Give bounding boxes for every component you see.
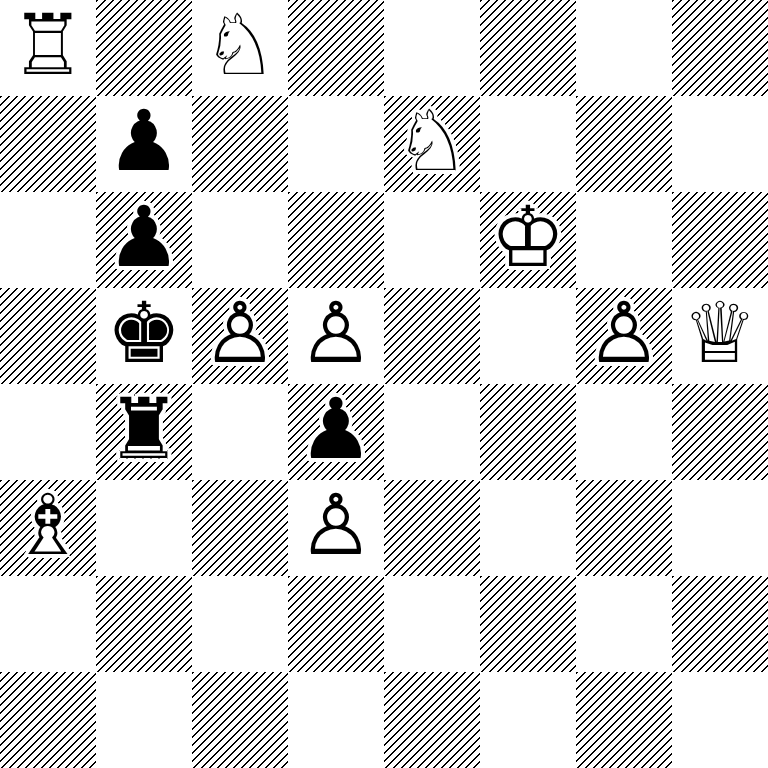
chess-board: ♜♖♞♘♟♟♞♘♟♟♚♔♚♚♟♙♟♙♟♙♛♕♜♜♟♟♝♗♟♙ (0, 0, 768, 768)
square-f1[interactable] (480, 672, 576, 768)
board-wrapper: ♜♖♞♘♟♟♞♘♟♟♚♔♚♚♟♙♟♙♟♙♛♕♜♜♟♟♝♗♟♙ (0, 0, 768, 768)
square-c7[interactable] (192, 96, 288, 192)
square-d2[interactable] (288, 576, 384, 672)
square-d6[interactable] (288, 192, 384, 288)
square-g7[interactable] (576, 96, 672, 192)
piece-black-pawn: ♟♟ (288, 384, 384, 480)
square-e6[interactable] (384, 192, 480, 288)
square-f2[interactable] (480, 576, 576, 672)
square-f8[interactable] (480, 0, 576, 96)
piece-glyph-icon: ♙ (298, 483, 373, 567)
square-e7[interactable]: ♞♘ (384, 96, 480, 192)
piece-white-rook: ♜♖ (0, 0, 96, 96)
piece-glyph-icon: ♔ (490, 195, 565, 279)
piece-white-bishop: ♝♗ (0, 480, 96, 576)
square-g6[interactable] (576, 192, 672, 288)
piece-glyph-icon: ♙ (298, 291, 373, 375)
square-f6[interactable]: ♚♔ (480, 192, 576, 288)
square-d3[interactable]: ♟♙ (288, 480, 384, 576)
square-c3[interactable] (192, 480, 288, 576)
square-a7[interactable] (0, 96, 96, 192)
square-b1[interactable] (96, 672, 192, 768)
square-e8[interactable] (384, 0, 480, 96)
square-d4[interactable]: ♟♟ (288, 384, 384, 480)
square-f3[interactable] (480, 480, 576, 576)
square-h1[interactable] (672, 672, 768, 768)
square-g4[interactable] (576, 384, 672, 480)
piece-glyph-icon: ♜ (106, 387, 181, 471)
piece-white-knight: ♞♘ (192, 0, 288, 96)
square-h6[interactable] (672, 192, 768, 288)
square-d5[interactable]: ♟♙ (288, 288, 384, 384)
square-h4[interactable] (672, 384, 768, 480)
square-e3[interactable] (384, 480, 480, 576)
square-b7[interactable]: ♟♟ (96, 96, 192, 192)
square-a3[interactable]: ♝♗ (0, 480, 96, 576)
piece-glyph-icon: ♟ (106, 99, 181, 183)
square-c6[interactable] (192, 192, 288, 288)
piece-glyph-icon: ♟ (106, 195, 181, 279)
square-g3[interactable] (576, 480, 672, 576)
square-g5[interactable]: ♟♙ (576, 288, 672, 384)
piece-glyph-icon: ♙ (586, 291, 661, 375)
square-b2[interactable] (96, 576, 192, 672)
piece-black-king: ♚♚ (96, 288, 192, 384)
square-f7[interactable] (480, 96, 576, 192)
square-a2[interactable] (0, 576, 96, 672)
piece-glyph-icon: ♘ (202, 3, 277, 87)
piece-glyph-icon: ♕ (682, 291, 757, 375)
piece-glyph-icon: ♟ (298, 387, 373, 471)
square-h3[interactable] (672, 480, 768, 576)
square-a4[interactable] (0, 384, 96, 480)
square-e4[interactable] (384, 384, 480, 480)
square-b6[interactable]: ♟♟ (96, 192, 192, 288)
piece-white-pawn: ♟♙ (192, 288, 288, 384)
square-f4[interactable] (480, 384, 576, 480)
square-a1[interactable] (0, 672, 96, 768)
square-c1[interactable] (192, 672, 288, 768)
piece-glyph-icon: ♗ (10, 483, 85, 567)
square-e2[interactable] (384, 576, 480, 672)
square-f5[interactable] (480, 288, 576, 384)
square-g1[interactable] (576, 672, 672, 768)
square-b3[interactable] (96, 480, 192, 576)
piece-white-queen: ♛♕ (672, 288, 768, 384)
square-b4[interactable]: ♜♜ (96, 384, 192, 480)
square-a8[interactable]: ♜♖ (0, 0, 96, 96)
piece-glyph-icon: ♚ (106, 291, 181, 375)
square-c5[interactable]: ♟♙ (192, 288, 288, 384)
square-e5[interactable] (384, 288, 480, 384)
square-c4[interactable] (192, 384, 288, 480)
piece-black-pawn: ♟♟ (96, 96, 192, 192)
square-h8[interactable] (672, 0, 768, 96)
piece-white-king: ♚♔ (480, 192, 576, 288)
square-h2[interactable] (672, 576, 768, 672)
square-d8[interactable] (288, 0, 384, 96)
square-h5[interactable]: ♛♕ (672, 288, 768, 384)
square-b5[interactable]: ♚♚ (96, 288, 192, 384)
square-c2[interactable] (192, 576, 288, 672)
piece-white-pawn: ♟♙ (576, 288, 672, 384)
square-e1[interactable] (384, 672, 480, 768)
square-h7[interactable] (672, 96, 768, 192)
square-b8[interactable] (96, 0, 192, 96)
piece-glyph-icon: ♖ (10, 3, 85, 87)
square-c8[interactable]: ♞♘ (192, 0, 288, 96)
square-g8[interactable] (576, 0, 672, 96)
square-d7[interactable] (288, 96, 384, 192)
piece-black-pawn: ♟♟ (96, 192, 192, 288)
piece-glyph-icon: ♘ (394, 99, 469, 183)
piece-white-knight: ♞♘ (384, 96, 480, 192)
square-a5[interactable] (0, 288, 96, 384)
square-a6[interactable] (0, 192, 96, 288)
piece-white-pawn: ♟♙ (288, 480, 384, 576)
square-d1[interactable] (288, 672, 384, 768)
piece-black-rook: ♜♜ (96, 384, 192, 480)
piece-glyph-icon: ♙ (202, 291, 277, 375)
square-g2[interactable] (576, 576, 672, 672)
piece-white-pawn: ♟♙ (288, 288, 384, 384)
